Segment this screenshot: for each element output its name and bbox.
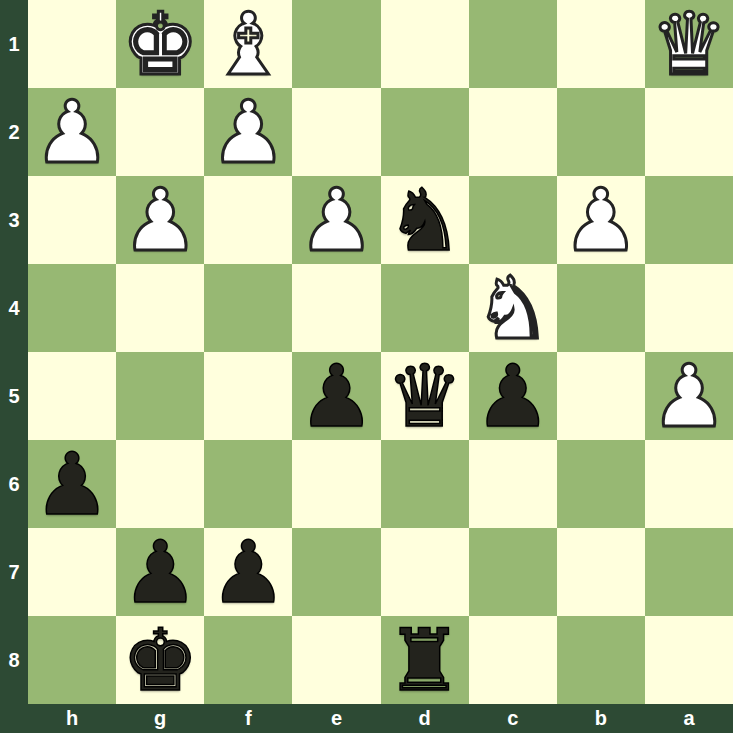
piece-white-pawn[interactable]: ♟ [210, 88, 287, 176]
square-h6[interactable]: ♟ [28, 440, 116, 528]
square-d1[interactable] [381, 0, 469, 88]
rank-label-6: 6 [0, 440, 28, 528]
square-d6[interactable] [381, 440, 469, 528]
piece-black-queen[interactable]: ♛ [386, 352, 463, 440]
square-h8[interactable] [28, 616, 116, 704]
piece-white-pawn[interactable]: ♟ [298, 176, 375, 264]
piece-black-pawn[interactable]: ♟ [122, 528, 199, 616]
piece-black-pawn[interactable]: ♟ [210, 528, 287, 616]
chess-board: ♚♝♛♟♟♟♟♞♟♞♟♛♟♟♟♟♟♚♜ [28, 0, 733, 704]
piece-black-rook[interactable]: ♜ [386, 616, 463, 704]
piece-white-king[interactable]: ♚ [122, 0, 199, 88]
square-e7[interactable] [292, 528, 380, 616]
rank-label-4: 4 [0, 264, 28, 352]
square-d4[interactable] [381, 264, 469, 352]
square-c2[interactable] [469, 88, 557, 176]
file-label-b: b [557, 704, 645, 733]
square-g2[interactable] [116, 88, 204, 176]
square-g5[interactable] [116, 352, 204, 440]
square-b6[interactable] [557, 440, 645, 528]
square-h2[interactable]: ♟ [28, 88, 116, 176]
square-g4[interactable] [116, 264, 204, 352]
square-f2[interactable]: ♟ [204, 88, 292, 176]
square-f3[interactable] [204, 176, 292, 264]
square-h4[interactable] [28, 264, 116, 352]
square-e5[interactable]: ♟ [292, 352, 380, 440]
square-f1[interactable]: ♝ [204, 0, 292, 88]
square-b7[interactable] [557, 528, 645, 616]
rank-label-7: 7 [0, 528, 28, 616]
square-b1[interactable] [557, 0, 645, 88]
square-h1[interactable] [28, 0, 116, 88]
square-g3[interactable]: ♟ [116, 176, 204, 264]
square-e8[interactable] [292, 616, 380, 704]
rank-label-3: 3 [0, 176, 28, 264]
file-labels: h g f e d c b a [28, 704, 733, 733]
square-a8[interactable] [645, 616, 733, 704]
square-d2[interactable] [381, 88, 469, 176]
square-c1[interactable] [469, 0, 557, 88]
rank-label-2: 2 [0, 88, 28, 176]
file-label-d: d [381, 704, 469, 733]
square-a7[interactable] [645, 528, 733, 616]
square-g8[interactable]: ♚ [116, 616, 204, 704]
square-c6[interactable] [469, 440, 557, 528]
rank-label-8: 8 [0, 616, 28, 704]
piece-white-knight[interactable]: ♞ [474, 264, 551, 352]
square-e2[interactable] [292, 88, 380, 176]
piece-white-pawn[interactable]: ♟ [562, 176, 639, 264]
piece-black-pawn[interactable]: ♟ [34, 440, 111, 528]
square-a4[interactable] [645, 264, 733, 352]
square-a6[interactable] [645, 440, 733, 528]
piece-white-queen[interactable]: ♛ [650, 0, 727, 88]
file-label-c: c [469, 704, 557, 733]
rank-labels: 1 2 3 4 5 6 7 8 [0, 0, 28, 704]
square-g7[interactable]: ♟ [116, 528, 204, 616]
square-b5[interactable] [557, 352, 645, 440]
piece-white-pawn[interactable]: ♟ [650, 352, 727, 440]
square-e6[interactable] [292, 440, 380, 528]
square-b3[interactable]: ♟ [557, 176, 645, 264]
square-e4[interactable] [292, 264, 380, 352]
square-d3[interactable]: ♞ [381, 176, 469, 264]
square-f7[interactable]: ♟ [204, 528, 292, 616]
square-h5[interactable] [28, 352, 116, 440]
file-label-a: a [645, 704, 733, 733]
square-a2[interactable] [645, 88, 733, 176]
rank-label-5: 5 [0, 352, 28, 440]
square-f8[interactable] [204, 616, 292, 704]
square-c8[interactable] [469, 616, 557, 704]
piece-black-king[interactable]: ♚ [122, 616, 199, 704]
square-b2[interactable] [557, 88, 645, 176]
file-label-f: f [204, 704, 292, 733]
file-label-g: g [116, 704, 204, 733]
file-label-e: e [292, 704, 380, 733]
square-f6[interactable] [204, 440, 292, 528]
square-a1[interactable]: ♛ [645, 0, 733, 88]
square-g6[interactable] [116, 440, 204, 528]
square-c4[interactable]: ♞ [469, 264, 557, 352]
square-a5[interactable]: ♟ [645, 352, 733, 440]
square-c5[interactable]: ♟ [469, 352, 557, 440]
chess-board-frame: 1 2 3 4 5 6 7 8 ♚♝♛♟♟♟♟♞♟♞♟♛♟♟♟♟♟♚♜ h g … [0, 0, 733, 733]
piece-white-bishop[interactable]: ♝ [210, 0, 287, 88]
square-f4[interactable] [204, 264, 292, 352]
rank-label-1: 1 [0, 0, 28, 88]
square-d8[interactable]: ♜ [381, 616, 469, 704]
square-b4[interactable] [557, 264, 645, 352]
square-d7[interactable] [381, 528, 469, 616]
piece-black-pawn[interactable]: ♟ [298, 352, 375, 440]
piece-white-pawn[interactable]: ♟ [34, 88, 111, 176]
square-c7[interactable] [469, 528, 557, 616]
square-b8[interactable] [557, 616, 645, 704]
file-label-h: h [28, 704, 116, 733]
piece-black-pawn[interactable]: ♟ [474, 352, 551, 440]
square-c3[interactable] [469, 176, 557, 264]
square-f5[interactable] [204, 352, 292, 440]
square-h3[interactable] [28, 176, 116, 264]
square-e3[interactable]: ♟ [292, 176, 380, 264]
square-a3[interactable] [645, 176, 733, 264]
square-d5[interactable]: ♛ [381, 352, 469, 440]
piece-black-knight[interactable]: ♞ [386, 176, 463, 264]
square-e1[interactable] [292, 0, 380, 88]
piece-white-pawn[interactable]: ♟ [122, 176, 199, 264]
square-h7[interactable] [28, 528, 116, 616]
square-g1[interactable]: ♚ [116, 0, 204, 88]
